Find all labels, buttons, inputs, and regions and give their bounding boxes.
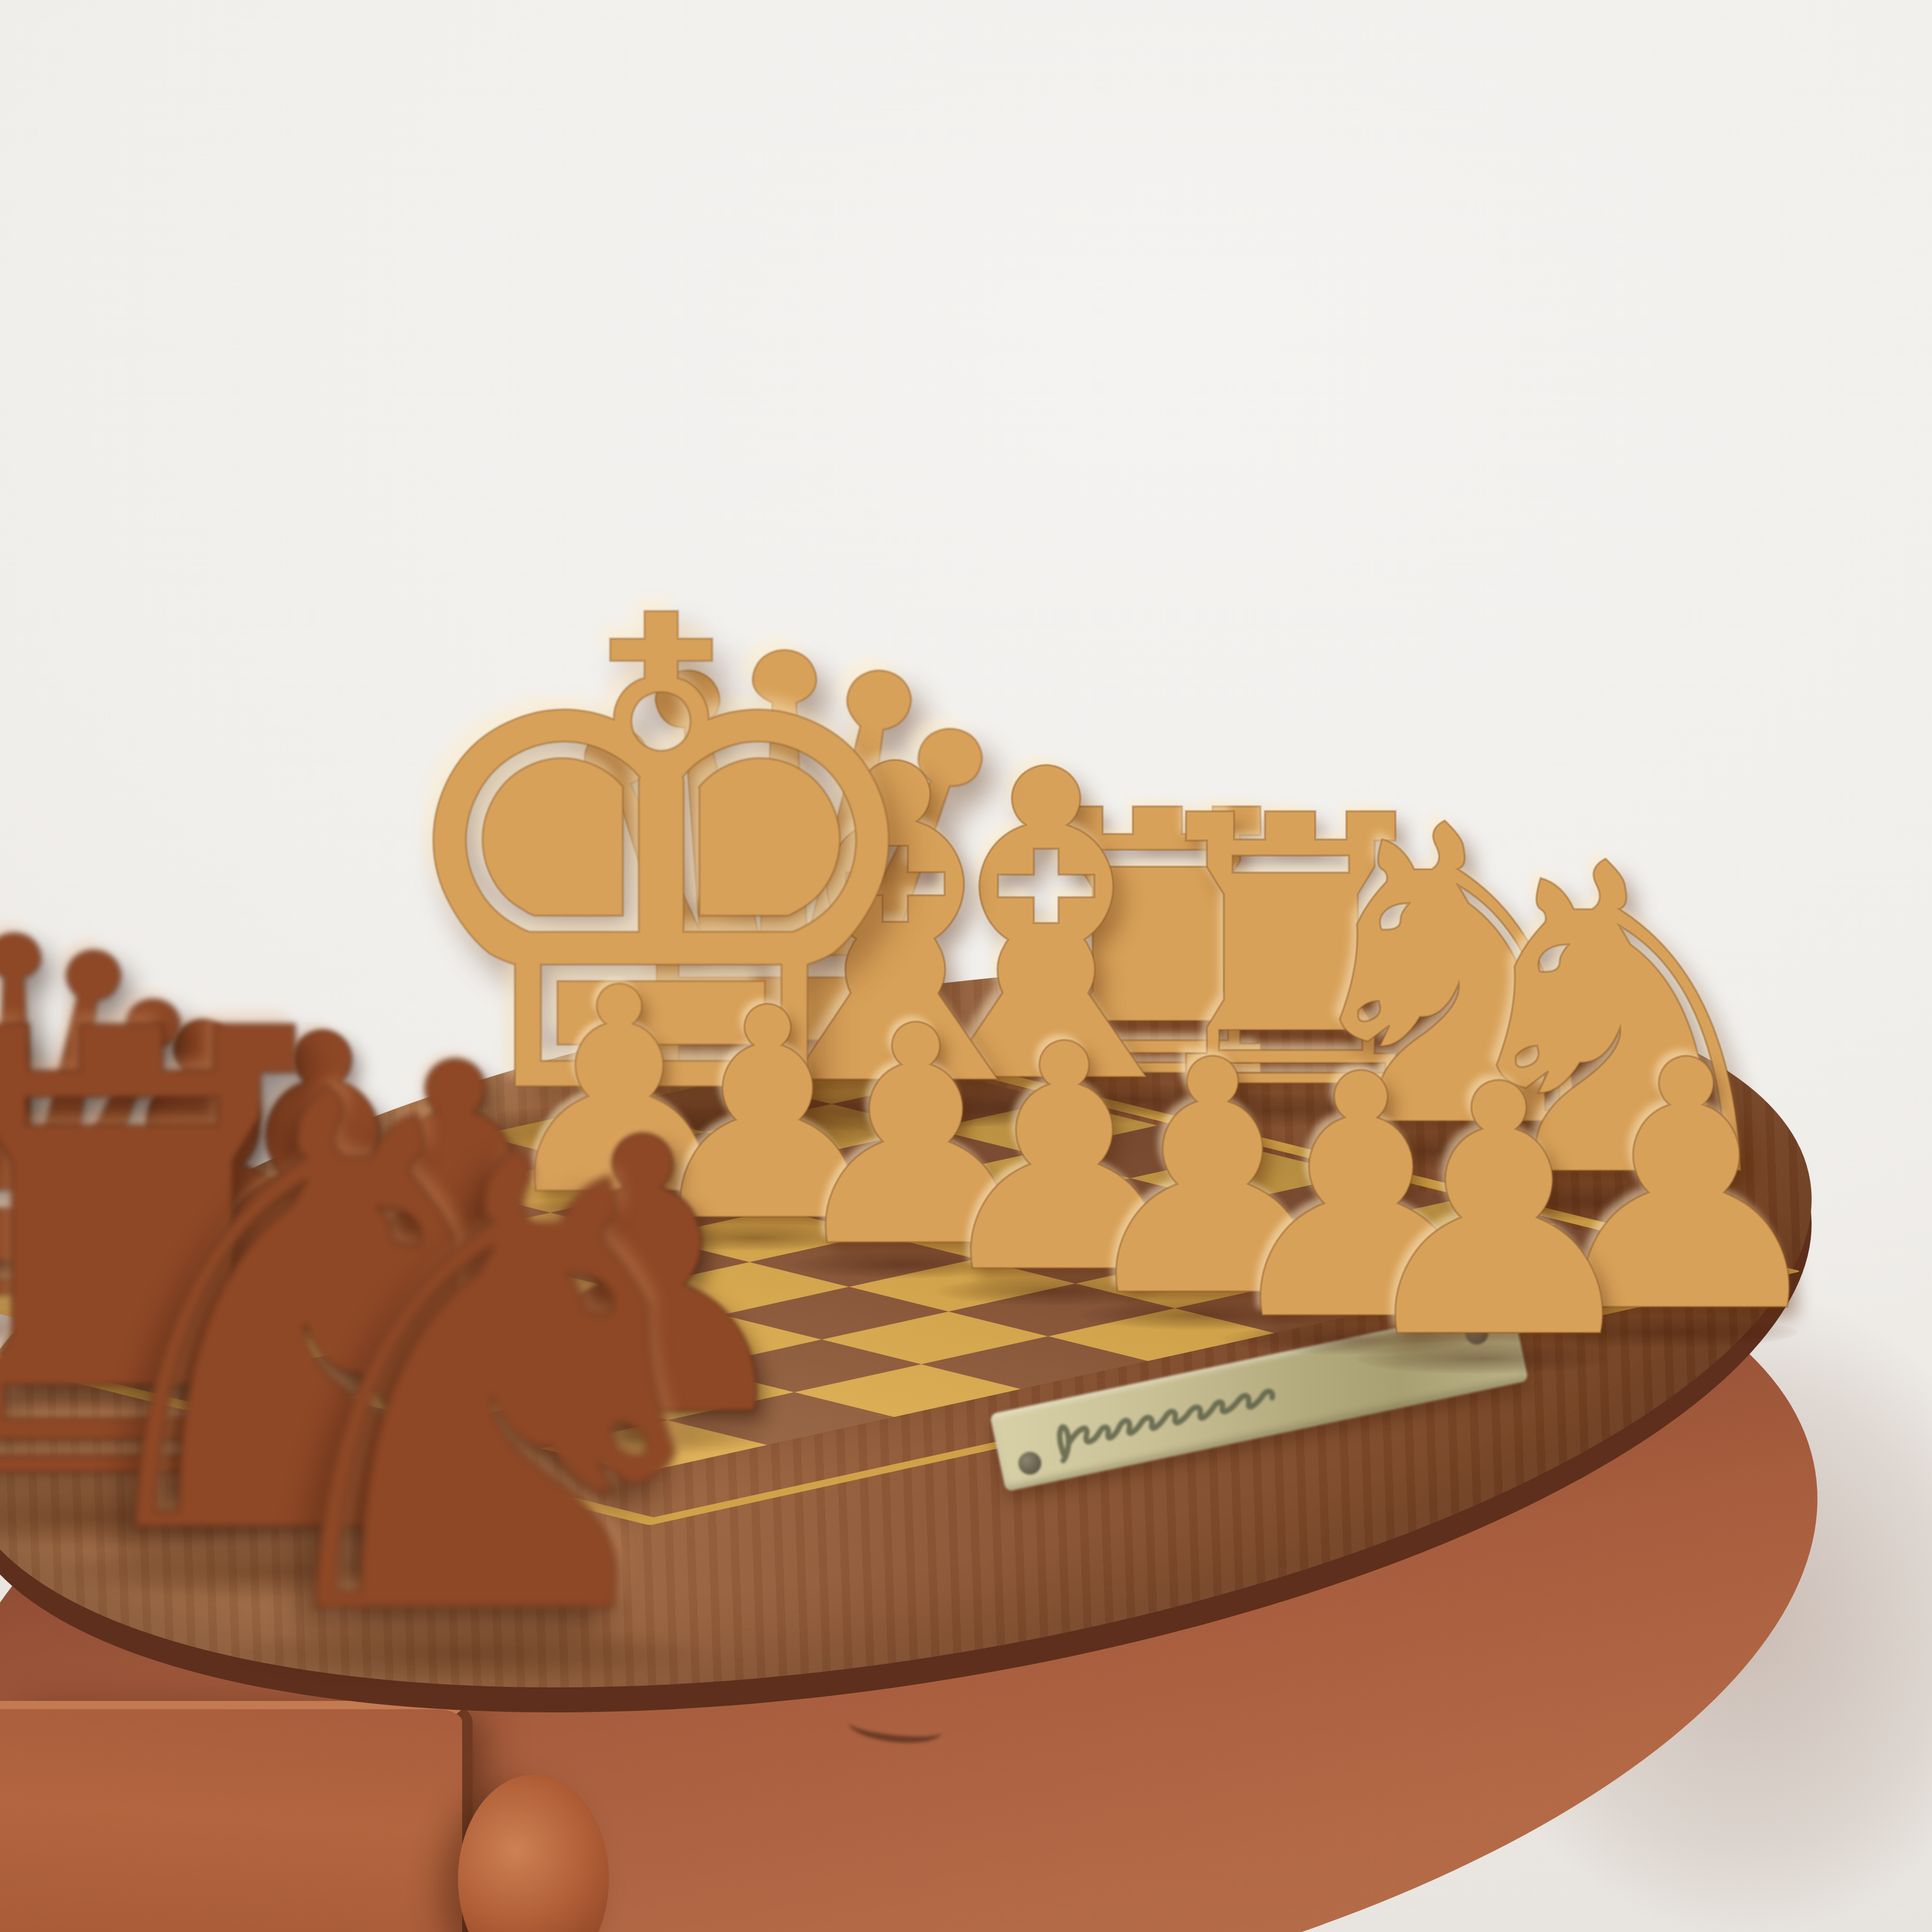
product-photo-scene: ♚♛♝♝♜♜♞♞♟♟♟♟♟♟♟♟♛♜♟♟♞♟♞♟ (0, 0, 1932, 1932)
piece-light-pawn: ♟ (1344, 1040, 1654, 1386)
pawn-glyph: ♟ (1344, 1040, 1654, 1386)
piece-dark-knight: ♞ (212, 1074, 777, 1704)
knight-glyph: ♞ (212, 1074, 777, 1704)
screw-icon (1016, 1450, 1044, 1477)
